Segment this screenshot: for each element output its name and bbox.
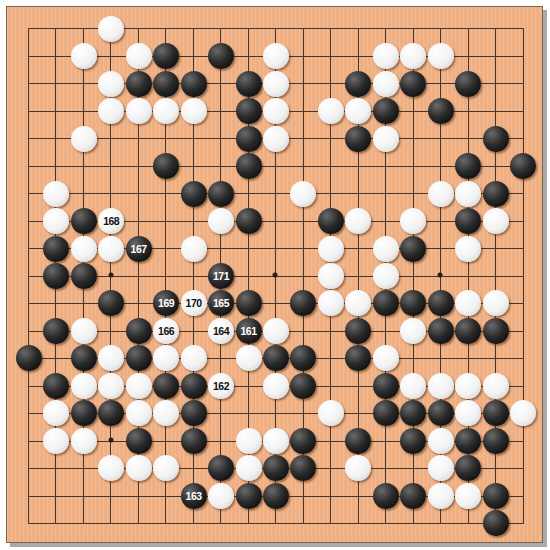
black-stone (290, 345, 316, 371)
black-stone (483, 400, 509, 426)
star-point (108, 273, 113, 278)
black-stone-move-161: 161 (236, 318, 262, 344)
white-stone (428, 43, 454, 69)
black-stone-move-165: 165 (208, 290, 234, 316)
white-stone (126, 98, 152, 124)
white-stone (98, 236, 124, 262)
white-stone (263, 318, 289, 344)
black-stone (400, 236, 426, 262)
white-stone (318, 98, 344, 124)
white-stone (43, 400, 69, 426)
screenshot-root: 168167171169170165166164161162163 (0, 0, 550, 550)
black-stone (263, 345, 289, 371)
black-stone (263, 455, 289, 481)
white-stone (483, 290, 509, 316)
black-stone (455, 208, 481, 234)
black-stone (236, 153, 262, 179)
black-stone (483, 181, 509, 207)
white-stone (98, 373, 124, 399)
black-stone (236, 98, 262, 124)
black-stone (455, 455, 481, 481)
white-stone (43, 428, 69, 454)
white-stone (263, 98, 289, 124)
white-stone (263, 373, 289, 399)
white-stone (483, 373, 509, 399)
white-stone (400, 318, 426, 344)
white-stone (428, 373, 454, 399)
black-stone (290, 455, 316, 481)
white-stone (345, 98, 371, 124)
white-stone (71, 126, 97, 152)
black-stone-move-169: 169 (153, 290, 179, 316)
black-stone (236, 71, 262, 97)
black-stone (290, 428, 316, 454)
white-stone (345, 455, 371, 481)
star-point (273, 273, 278, 278)
black-stone (181, 71, 207, 97)
black-stone (345, 345, 371, 371)
white-stone (126, 400, 152, 426)
black-stone (428, 98, 454, 124)
white-stone (455, 290, 481, 316)
white-stone-move-164: 164 (208, 318, 234, 344)
black-stone (400, 483, 426, 509)
white-stone (181, 345, 207, 371)
black-stone (126, 428, 152, 454)
white-stone (400, 43, 426, 69)
black-stone (345, 126, 371, 152)
white-stone (455, 373, 481, 399)
black-stone (43, 236, 69, 262)
black-stone (208, 43, 234, 69)
black-stone (483, 483, 509, 509)
black-stone (43, 318, 69, 344)
white-stone (43, 181, 69, 207)
white-stone (71, 373, 97, 399)
white-stone (98, 98, 124, 124)
black-stone (43, 263, 69, 289)
white-stone (373, 236, 399, 262)
white-stone (126, 43, 152, 69)
black-stone (153, 153, 179, 179)
black-stone (290, 290, 316, 316)
black-stone (345, 71, 371, 97)
white-stone (153, 98, 179, 124)
black-stone (428, 400, 454, 426)
black-stone (455, 71, 481, 97)
black-stone (98, 290, 124, 316)
white-stone (318, 290, 344, 316)
black-stone (318, 208, 344, 234)
white-stone (98, 16, 124, 42)
black-stone (236, 208, 262, 234)
black-stone (181, 181, 207, 207)
black-stone (153, 71, 179, 97)
white-stone (236, 428, 262, 454)
black-stone (455, 153, 481, 179)
white-stone (373, 126, 399, 152)
star-point (108, 438, 113, 443)
black-stone (126, 318, 152, 344)
black-stone (345, 428, 371, 454)
white-stone (345, 290, 371, 316)
black-stone (236, 290, 262, 316)
white-stone (71, 318, 97, 344)
white-stone (263, 126, 289, 152)
white-stone (318, 263, 344, 289)
white-stone (373, 263, 399, 289)
black-stone (483, 318, 509, 344)
white-stone (263, 428, 289, 454)
black-stone (345, 318, 371, 344)
white-stone (153, 400, 179, 426)
white-stone (71, 428, 97, 454)
white-stone (126, 455, 152, 481)
black-stone (43, 373, 69, 399)
white-stone (428, 181, 454, 207)
black-stone (98, 400, 124, 426)
black-stone (483, 126, 509, 152)
white-stone (98, 455, 124, 481)
white-stone (373, 71, 399, 97)
white-stone (428, 455, 454, 481)
white-stone (318, 400, 344, 426)
white-stone (318, 236, 344, 262)
black-stone (181, 373, 207, 399)
black-stone (400, 71, 426, 97)
white-stone (483, 208, 509, 234)
white-stone (428, 483, 454, 509)
white-stone (345, 208, 371, 234)
white-stone (71, 236, 97, 262)
black-stone (208, 455, 234, 481)
black-stone-move-167: 167 (126, 236, 152, 262)
black-stone (483, 428, 509, 454)
white-stone (428, 428, 454, 454)
white-stone (208, 208, 234, 234)
black-stone (126, 345, 152, 371)
black-stone (483, 510, 509, 536)
black-stone (510, 153, 536, 179)
black-stone (71, 208, 97, 234)
black-stone (126, 71, 152, 97)
black-stone (428, 290, 454, 316)
black-stone (153, 373, 179, 399)
black-stone-move-163: 163 (181, 483, 207, 509)
black-stone (400, 428, 426, 454)
go-board[interactable]: 168167171169170165166164161162163 (15, 15, 537, 537)
white-stone (153, 455, 179, 481)
white-stone (400, 208, 426, 234)
black-stone (373, 98, 399, 124)
black-stone (181, 400, 207, 426)
black-stone (373, 290, 399, 316)
white-stone (236, 455, 262, 481)
black-stone (428, 318, 454, 344)
white-stone (373, 43, 399, 69)
white-stone (98, 71, 124, 97)
black-stone (208, 181, 234, 207)
black-stone (373, 373, 399, 399)
white-stone (290, 181, 316, 207)
white-stone-move-170: 170 (181, 290, 207, 316)
white-stone (400, 373, 426, 399)
white-stone (455, 181, 481, 207)
white-stone-move-168: 168 (98, 208, 124, 234)
black-stone (71, 400, 97, 426)
black-stone (290, 373, 316, 399)
black-stone (400, 290, 426, 316)
star-point (438, 273, 443, 278)
black-stone (71, 263, 97, 289)
white-stone (510, 400, 536, 426)
white-stone-move-166: 166 (153, 318, 179, 344)
white-stone (373, 345, 399, 371)
black-stone (263, 483, 289, 509)
black-stone (236, 126, 262, 152)
white-stone (263, 71, 289, 97)
white-stone (455, 236, 481, 262)
white-stone (126, 373, 152, 399)
black-stone (181, 428, 207, 454)
black-stone (400, 400, 426, 426)
black-stone (71, 345, 97, 371)
white-stone (455, 483, 481, 509)
black-stone (153, 43, 179, 69)
white-stone (455, 400, 481, 426)
white-stone (208, 483, 234, 509)
black-stone (455, 428, 481, 454)
white-stone (181, 236, 207, 262)
black-stone (373, 483, 399, 509)
white-stone (181, 98, 207, 124)
white-stone (236, 345, 262, 371)
go-board-frame: 168167171169170165166164161162163 (6, 6, 543, 543)
black-stone (373, 400, 399, 426)
white-stone (153, 345, 179, 371)
white-stone (43, 208, 69, 234)
black-stone (236, 483, 262, 509)
black-stone-move-171: 171 (208, 263, 234, 289)
white-stone-move-162: 162 (208, 373, 234, 399)
white-stone (98, 345, 124, 371)
white-stone (263, 43, 289, 69)
black-stone (16, 345, 42, 371)
black-stone (455, 318, 481, 344)
white-stone (71, 43, 97, 69)
